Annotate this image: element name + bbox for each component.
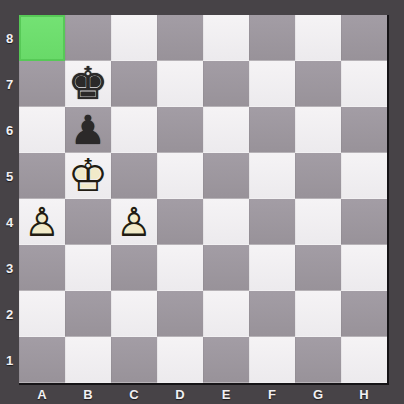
square-a8[interactable] <box>19 15 65 61</box>
rank-label-5: 5 <box>0 153 19 199</box>
square-e8[interactable] <box>203 15 249 61</box>
square-a1[interactable] <box>19 337 65 383</box>
rank-labels: 87654321 <box>0 15 19 383</box>
square-h1[interactable] <box>341 337 387 383</box>
square-b8[interactable] <box>65 15 111 61</box>
square-f1[interactable] <box>249 337 295 383</box>
square-g1[interactable] <box>295 337 341 383</box>
square-h3[interactable] <box>341 245 387 291</box>
square-h2[interactable] <box>341 291 387 337</box>
square-b1[interactable] <box>65 337 111 383</box>
square-d3[interactable] <box>157 245 203 291</box>
white-pawn-outline: ♙ <box>111 199 157 245</box>
file-label-h: H <box>341 385 387 404</box>
file-label-c: C <box>111 385 157 404</box>
square-g7[interactable] <box>295 61 341 107</box>
square-h7[interactable] <box>341 61 387 107</box>
square-a2[interactable] <box>19 291 65 337</box>
file-label-a: A <box>19 385 65 404</box>
white-pawn-outline: ♙ <box>19 199 65 245</box>
square-b7[interactable]: ♚ <box>65 61 111 107</box>
square-c8[interactable] <box>111 15 157 61</box>
square-g5[interactable] <box>295 153 341 199</box>
square-b2[interactable] <box>65 291 111 337</box>
square-b5[interactable]: ♚♔ <box>65 153 111 199</box>
rank-label-4: 4 <box>0 199 19 245</box>
square-d5[interactable] <box>157 153 203 199</box>
square-f7[interactable] <box>249 61 295 107</box>
square-a5[interactable] <box>19 153 65 199</box>
square-e7[interactable] <box>203 61 249 107</box>
square-f8[interactable] <box>249 15 295 61</box>
square-c2[interactable] <box>111 291 157 337</box>
square-c7[interactable] <box>111 61 157 107</box>
black-pawn[interactable]: ♟ <box>65 107 111 153</box>
square-d7[interactable] <box>157 61 203 107</box>
square-a6[interactable] <box>19 107 65 153</box>
rank-label-1: 1 <box>0 337 19 383</box>
file-label-f: F <box>249 385 295 404</box>
rank-label-6: 6 <box>0 107 19 153</box>
square-b6[interactable]: ♟ <box>65 107 111 153</box>
square-b3[interactable] <box>65 245 111 291</box>
square-a4[interactable]: ♟♙ <box>19 199 65 245</box>
chess-board: ♚♟♚♔♟♙♟♙ <box>19 15 389 385</box>
square-e3[interactable] <box>203 245 249 291</box>
square-g2[interactable] <box>295 291 341 337</box>
square-d2[interactable] <box>157 291 203 337</box>
square-a3[interactable] <box>19 245 65 291</box>
square-h6[interactable] <box>341 107 387 153</box>
square-e6[interactable] <box>203 107 249 153</box>
square-f2[interactable] <box>249 291 295 337</box>
file-label-d: D <box>157 385 203 404</box>
square-c1[interactable] <box>111 337 157 383</box>
square-h8[interactable] <box>341 15 387 61</box>
square-c4[interactable]: ♟♙ <box>111 199 157 245</box>
square-g3[interactable] <box>295 245 341 291</box>
square-c6[interactable] <box>111 107 157 153</box>
square-b4[interactable] <box>65 199 111 245</box>
file-label-b: B <box>65 385 111 404</box>
square-e5[interactable] <box>203 153 249 199</box>
white-king-outline: ♔ <box>65 153 111 199</box>
square-f3[interactable] <box>249 245 295 291</box>
square-c3[interactable] <box>111 245 157 291</box>
white-king[interactable]: ♚♔ <box>65 153 111 199</box>
square-h5[interactable] <box>341 153 387 199</box>
file-label-e: E <box>203 385 249 404</box>
square-f6[interactable] <box>249 107 295 153</box>
square-d4[interactable] <box>157 199 203 245</box>
square-d8[interactable] <box>157 15 203 61</box>
white-pawn[interactable]: ♟♙ <box>111 199 157 245</box>
square-f4[interactable] <box>249 199 295 245</box>
square-h4[interactable] <box>341 199 387 245</box>
square-a7[interactable] <box>19 61 65 107</box>
rank-label-3: 3 <box>0 245 19 291</box>
square-g6[interactable] <box>295 107 341 153</box>
square-g8[interactable] <box>295 15 341 61</box>
black-pawn-glyph: ♟ <box>65 107 111 153</box>
rank-label-7: 7 <box>0 61 19 107</box>
square-e1[interactable] <box>203 337 249 383</box>
square-e2[interactable] <box>203 291 249 337</box>
chess-board-widget: 87654321 ♚♟♚♔♟♙♟♙ ABCDEFGH <box>0 0 404 404</box>
rank-label-8: 8 <box>0 15 19 61</box>
rank-label-2: 2 <box>0 291 19 337</box>
square-c5[interactable] <box>111 153 157 199</box>
square-d1[interactable] <box>157 337 203 383</box>
file-label-g: G <box>295 385 341 404</box>
white-pawn[interactable]: ♟♙ <box>19 199 65 245</box>
square-g4[interactable] <box>295 199 341 245</box>
file-labels: ABCDEFGH <box>19 385 387 404</box>
square-d6[interactable] <box>157 107 203 153</box>
square-f5[interactable] <box>249 153 295 199</box>
square-e4[interactable] <box>203 199 249 245</box>
black-king-glyph: ♚ <box>65 61 111 107</box>
black-king[interactable]: ♚ <box>65 61 111 107</box>
